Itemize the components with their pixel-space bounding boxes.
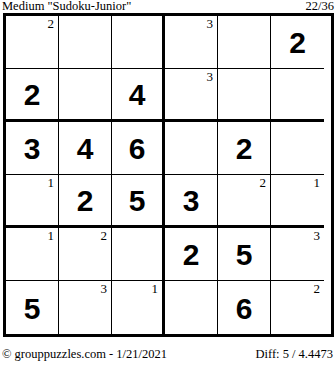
cell-r4c5[interactable]: 2 xyxy=(218,175,271,228)
cell-r1c3[interactable] xyxy=(112,16,165,69)
cell-r1c4[interactable]: 3 xyxy=(165,16,218,69)
given-digit: 5 xyxy=(129,184,146,216)
cell-r2c2[interactable] xyxy=(59,69,112,122)
given-digit: 6 xyxy=(129,132,146,164)
cell-r4c4: 3 xyxy=(165,175,218,228)
footer: © grouppuzzles.com - 1/21/2021 Diff: 5 /… xyxy=(0,347,336,361)
cell-r2c3: 4 xyxy=(112,69,165,122)
cell-r3c6[interactable] xyxy=(271,122,324,175)
pencil-mark: 2 xyxy=(101,228,108,243)
cell-r5c2[interactable]: 2 xyxy=(59,228,112,281)
cell-r3c5: 2 xyxy=(218,122,271,175)
puzzle-counter: 22/36 xyxy=(306,0,334,13)
page-title: Medium "Sudoku-Junior" xyxy=(2,0,131,13)
cell-r3c2: 4 xyxy=(59,122,112,175)
copyright-text: © grouppuzzles.com - 1/21/2021 xyxy=(2,347,167,361)
given-digit: 2 xyxy=(24,78,41,110)
pencil-mark: 3 xyxy=(207,16,214,31)
cell-r3c3: 6 xyxy=(112,122,165,175)
cell-r5c1[interactable]: 1 xyxy=(6,228,59,281)
cell-r3c1: 3 xyxy=(6,122,59,175)
cell-r1c6: 2 xyxy=(271,16,324,69)
sudoku-junior-page: { "game": "sudoku-junior-6x6", "header":… xyxy=(0,0,336,370)
given-digit: 4 xyxy=(77,132,94,164)
pencil-mark: 3 xyxy=(101,281,108,296)
cell-r6c5: 6 xyxy=(218,281,271,334)
pencil-mark: 1 xyxy=(152,281,159,296)
board: 23224334621253211225353162 xyxy=(3,13,334,337)
given-digit: 3 xyxy=(183,184,200,216)
pencil-mark: 1 xyxy=(48,175,55,190)
given-digit: 3 xyxy=(24,132,41,164)
cell-r6c4[interactable] xyxy=(165,281,218,334)
pencil-mark: 2 xyxy=(260,175,267,190)
pencil-mark: 2 xyxy=(48,16,55,31)
pencil-mark: 2 xyxy=(314,281,321,296)
cell-r5c4: 2 xyxy=(165,228,218,281)
cell-r5c3[interactable] xyxy=(112,228,165,281)
cell-r1c5[interactable] xyxy=(218,16,271,69)
pencil-mark: 1 xyxy=(314,175,321,190)
cell-r6c3[interactable]: 1 xyxy=(112,281,165,334)
cell-r2c4[interactable]: 3 xyxy=(165,69,218,122)
cell-r2c1: 2 xyxy=(6,69,59,122)
cell-r1c1[interactable]: 2 xyxy=(6,16,59,69)
given-digit: 2 xyxy=(236,132,253,164)
given-digit: 5 xyxy=(24,292,41,324)
cell-r6c1: 5 xyxy=(6,281,59,334)
cell-r4c1[interactable]: 1 xyxy=(6,175,59,228)
given-digit: 6 xyxy=(236,292,253,324)
cell-r6c2[interactable]: 3 xyxy=(59,281,112,334)
given-digit: 5 xyxy=(236,238,253,270)
cell-r5c6[interactable]: 3 xyxy=(271,228,324,281)
pencil-mark: 3 xyxy=(207,69,214,84)
cell-r4c6[interactable]: 1 xyxy=(271,175,324,228)
cell-r4c2: 2 xyxy=(59,175,112,228)
given-digit: 2 xyxy=(289,26,306,58)
pencil-mark: 1 xyxy=(48,228,55,243)
difficulty-text: Diff: 5 / 4.4473 xyxy=(255,347,333,361)
cell-r2c5[interactable] xyxy=(218,69,271,122)
given-digit: 4 xyxy=(129,78,146,110)
cell-r6c6[interactable]: 2 xyxy=(271,281,324,334)
cell-r5c5: 5 xyxy=(218,228,271,281)
pencil-mark: 3 xyxy=(314,228,321,243)
given-digit: 2 xyxy=(77,184,94,216)
cell-r2c6[interactable] xyxy=(271,69,324,122)
header: Medium "Sudoku-Junior" 22/36 xyxy=(0,0,336,13)
cell-r1c2[interactable] xyxy=(59,16,112,69)
cell-r3c4[interactable] xyxy=(165,122,218,175)
given-digit: 2 xyxy=(183,238,200,270)
cell-r4c3: 5 xyxy=(112,175,165,228)
